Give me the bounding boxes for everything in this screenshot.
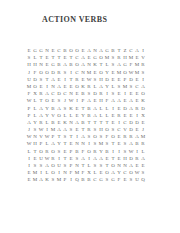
- grid-cell: D: [140, 105, 146, 112]
- grid-cell: S: [140, 169, 146, 176]
- worksheet-title: ACTION VERBS: [42, 15, 107, 24]
- word-search-grid: EGGNECBOOEANAGBTZCAISLTETTETCAEGOMSRHMEV…: [26, 47, 146, 184]
- grid-cell: X: [140, 112, 146, 119]
- grid-cell: A: [140, 83, 146, 90]
- grid-cell: L: [140, 148, 146, 155]
- grid-cell: E: [140, 119, 146, 126]
- grid-cell: J: [140, 126, 146, 133]
- grid-cell: R: [140, 140, 146, 147]
- grid-cell: A: [140, 155, 146, 162]
- grid-cell: I: [140, 76, 146, 83]
- grid-cell: M: [140, 133, 146, 140]
- grid-cell: I: [140, 47, 146, 54]
- grid-cell: S: [140, 69, 146, 76]
- grid-cell: R: [140, 61, 146, 68]
- grid-cell: E: [140, 162, 146, 169]
- worksheet-page: ACTION VERBS EGGNECBOOEANAGBTZCAISLTETTE…: [0, 0, 180, 233]
- grid-cell: V: [140, 54, 146, 61]
- grid-cell: O: [140, 90, 146, 97]
- grid-cell: K: [140, 97, 146, 104]
- grid-cell: Q: [140, 176, 146, 183]
